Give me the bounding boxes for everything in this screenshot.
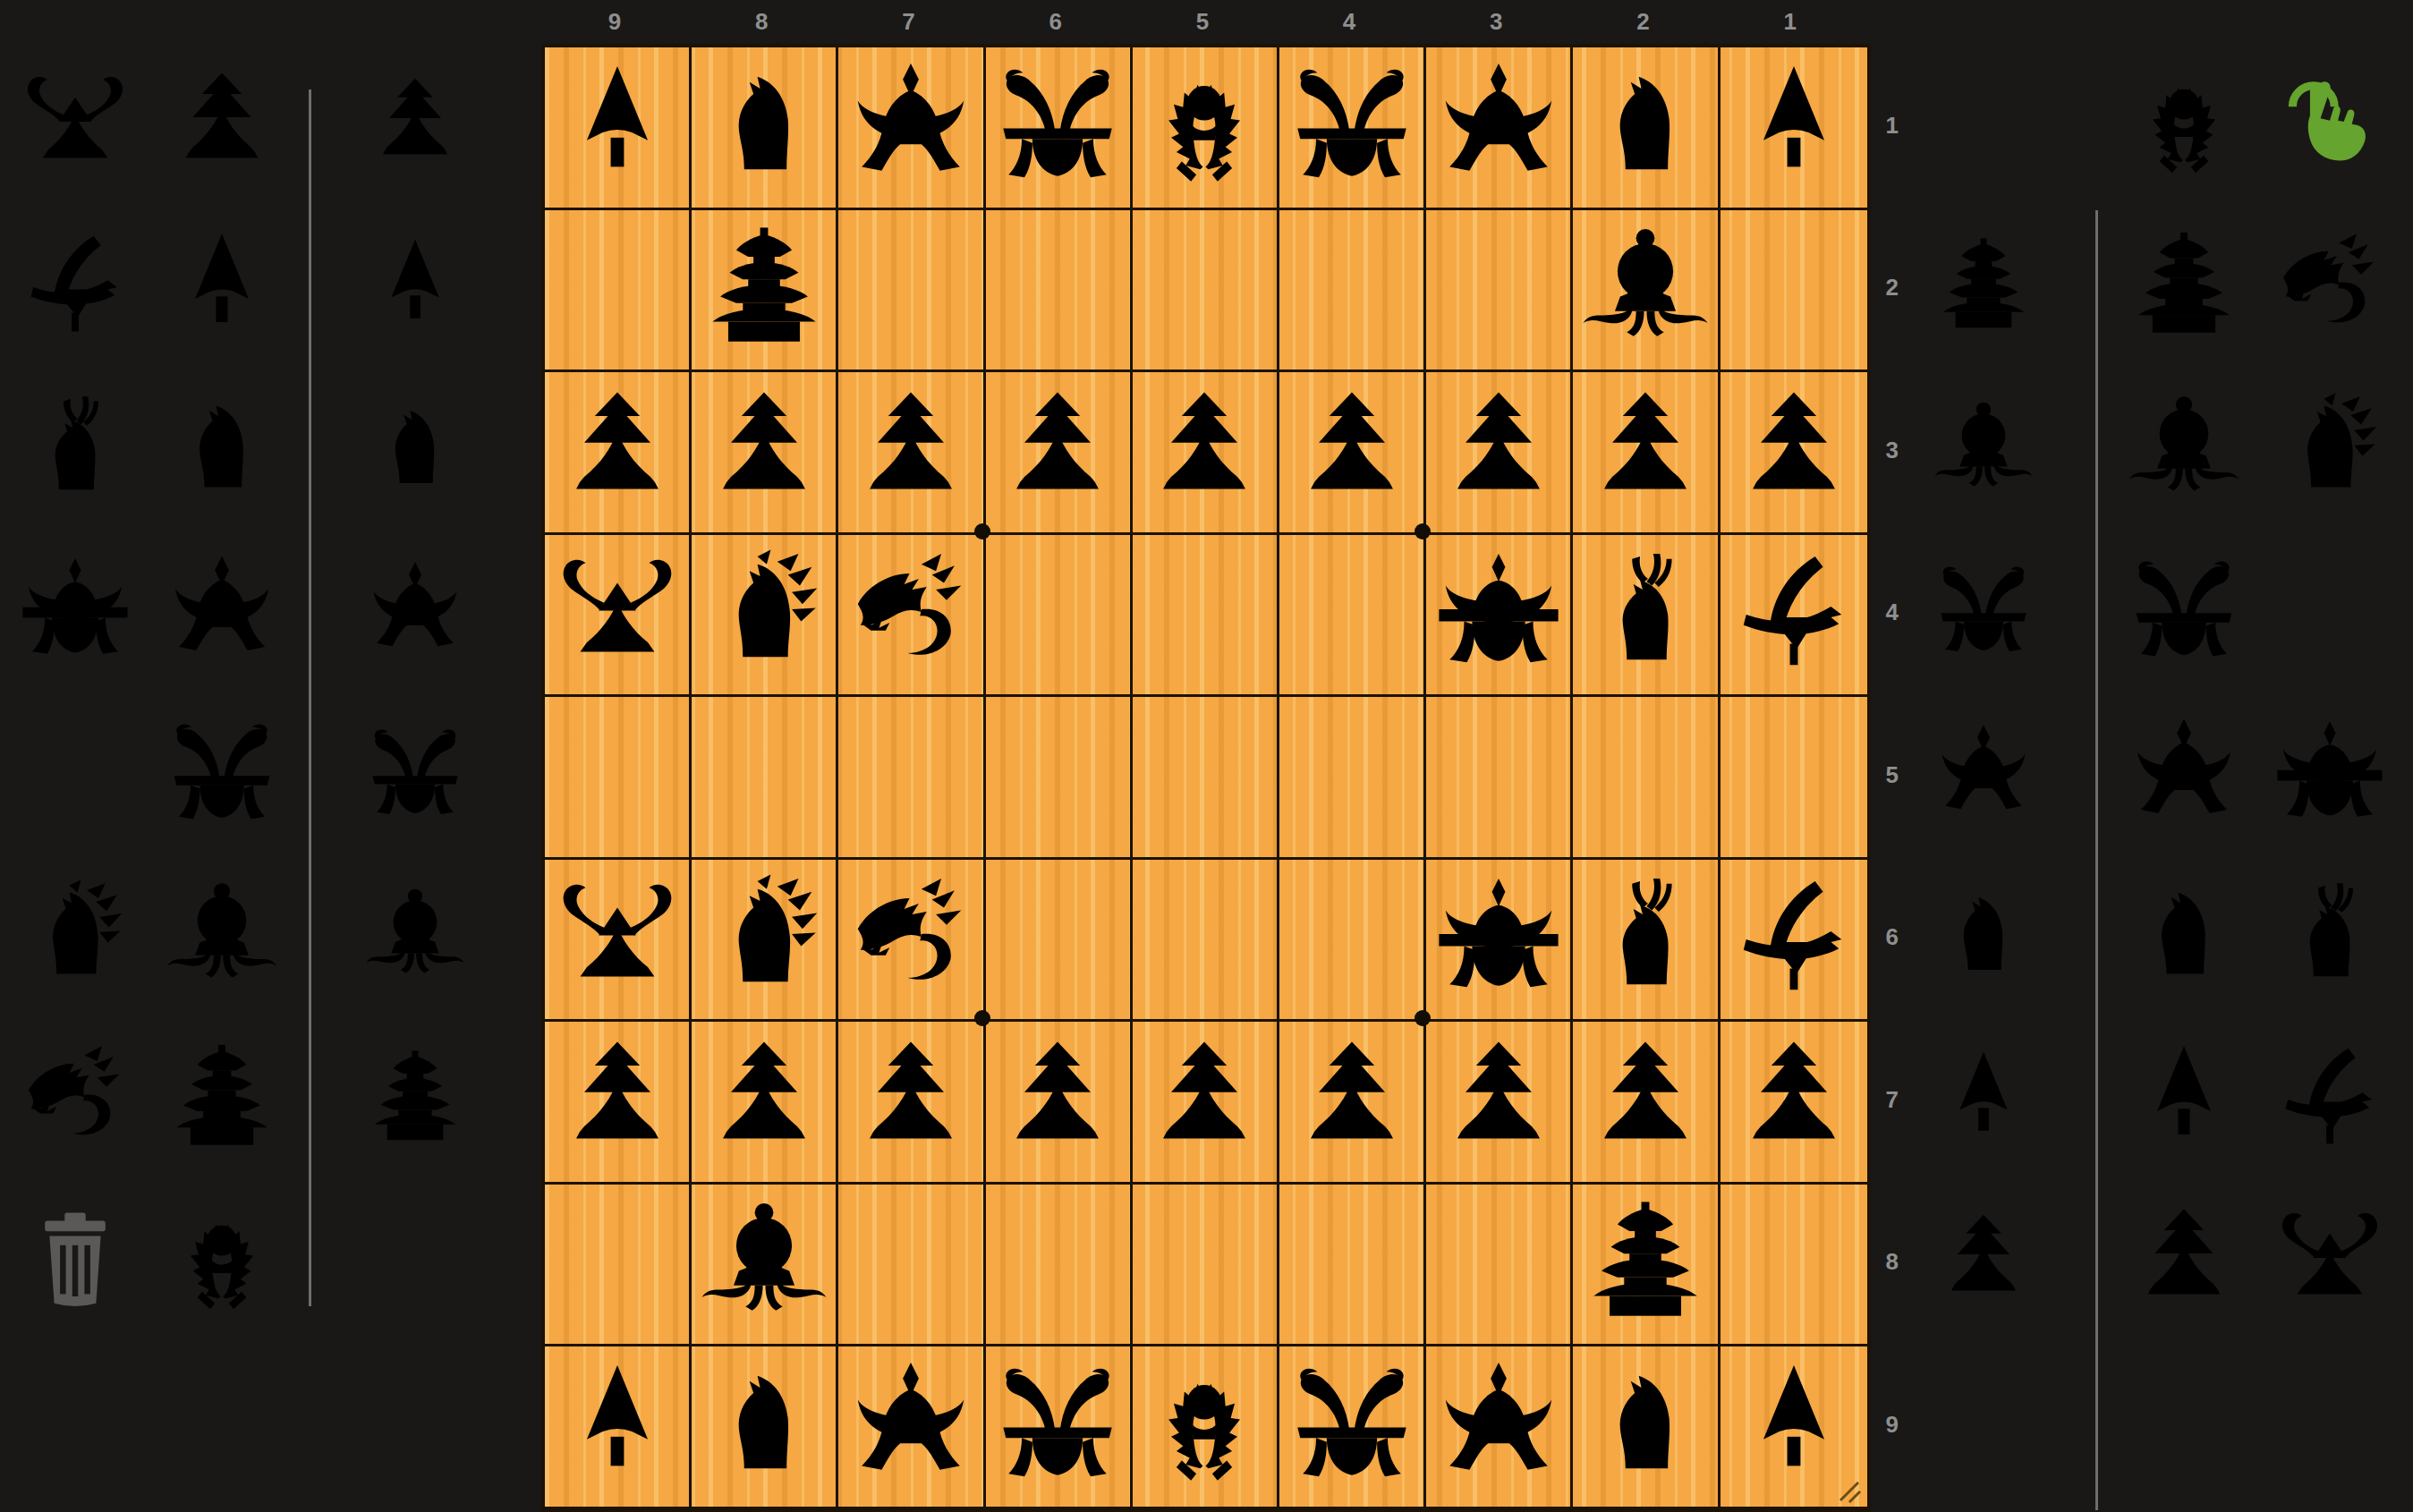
star-point: [974, 523, 990, 539]
ghost-g-silver-palette-piece[interactable]: [1932, 723, 2035, 827]
ghost-w-gold-palette-piece[interactable]: [363, 723, 467, 827]
rank-label-5: 5: [1886, 760, 1899, 788]
square-67[interactable]: [986, 1022, 1133, 1185]
ghost-w-silver-palette-piece[interactable]: [363, 560, 467, 664]
double-chevron-pawn-icon[interactable]: [698, 386, 830, 518]
file-label-8: 8: [755, 8, 768, 36]
horse-head-icon[interactable]: [698, 1360, 830, 1492]
square-35[interactable]: [1426, 697, 1573, 860]
double-chevron-pawn-icon[interactable]: [991, 386, 1124, 518]
w-knight-palette-piece[interactable]: [164, 392, 280, 508]
square-83[interactable]: [692, 372, 838, 535]
square-76[interactable]: [838, 860, 985, 1023]
banded-crescent-helmet-icon[interactable]: [1432, 548, 1565, 681]
square-87[interactable]: [692, 1022, 838, 1185]
pagoda-icon[interactable]: [1579, 1198, 1712, 1330]
w-plance-palette-piece[interactable]: [17, 229, 133, 345]
star-orb-icon[interactable]: [698, 1198, 830, 1330]
square-43[interactable]: [1279, 372, 1426, 535]
w-gold-palette-piece[interactable]: [164, 717, 280, 833]
double-chevron-pawn-icon[interactable]: [698, 1035, 830, 1168]
square-32[interactable]: [1426, 210, 1573, 373]
double-chevron-pawn-icon[interactable]: [1138, 1035, 1270, 1168]
spearhead-icon[interactable]: [1728, 1360, 1860, 1492]
square-59[interactable]: [1133, 1346, 1279, 1509]
w-tokin-palette-piece[interactable]: [17, 67, 133, 183]
antlered-horse-icon[interactable]: [1579, 548, 1712, 681]
double-chevron-pawn-icon[interactable]: [551, 386, 684, 518]
double-chevron-pawn-icon[interactable]: [1579, 386, 1712, 518]
double-chevron-pawn-icon[interactable]: [551, 1035, 684, 1168]
file-label-3: 3: [1490, 8, 1502, 36]
crescent-helmet-icon[interactable]: [1432, 1360, 1565, 1492]
spearhead-icon[interactable]: [1728, 61, 1860, 193]
g-pknight-palette-piece[interactable]: [2272, 879, 2388, 995]
square-45[interactable]: [1279, 697, 1426, 860]
w-lance-palette-piece[interactable]: [164, 229, 280, 345]
square-66[interactable]: [986, 860, 1133, 1023]
w-psilver-palette-piece[interactable]: [17, 554, 133, 670]
double-chevron-pawn-icon[interactable]: [1728, 1035, 1860, 1168]
square-26[interactable]: [1573, 860, 1720, 1023]
maned-horse-icon[interactable]: [698, 873, 830, 1006]
square-55[interactable]: [1133, 697, 1279, 860]
square-16[interactable]: [1721, 860, 1867, 1023]
rank-label-3: 3: [1886, 436, 1899, 463]
square-42[interactable]: [1279, 210, 1426, 373]
square-88[interactable]: [692, 1185, 838, 1347]
double-chevron-pawn-icon[interactable]: [1432, 386, 1565, 518]
square-64[interactable]: [986, 535, 1133, 698]
square-44[interactable]: [1279, 535, 1426, 698]
ghost-g-bishop-palette-piece[interactable]: [1932, 398, 2035, 502]
g-bishop-palette-piece[interactable]: [2126, 392, 2242, 508]
horse-head-icon[interactable]: [1579, 1360, 1712, 1492]
ghost-g-pawn-palette-piece[interactable]: [1932, 1210, 2035, 1313]
square-81[interactable]: [692, 47, 838, 210]
rank-label-9: 9: [1886, 1410, 1899, 1438]
square-96[interactable]: [545, 860, 692, 1023]
double-chevron-pawn-icon[interactable]: [1138, 386, 1270, 518]
square-89[interactable]: [692, 1346, 838, 1509]
square-74[interactable]: [838, 535, 985, 698]
square-75[interactable]: [838, 697, 985, 860]
double-chevron-pawn-icon[interactable]: [991, 1035, 1124, 1168]
ghost-g-gold-palette-piece[interactable]: [1932, 560, 2035, 664]
square-11[interactable]: [1721, 47, 1867, 210]
crescent-helmet-icon[interactable]: [845, 1360, 977, 1492]
w-king-palette-piece[interactable]: [164, 1203, 280, 1320]
square-73[interactable]: [838, 372, 985, 535]
rank-label-8: 8: [1886, 1248, 1899, 1276]
square-37[interactable]: [1426, 1022, 1573, 1185]
laurel-wreath-icon[interactable]: [1138, 1360, 1270, 1492]
rank-label-1: 1: [1886, 111, 1899, 139]
w-rook-palette-piece[interactable]: [164, 1041, 280, 1158]
square-13[interactable]: [1721, 372, 1867, 535]
horse-head-icon[interactable]: [698, 61, 830, 193]
w-pknight-palette-piece[interactable]: [17, 392, 133, 508]
ghost-g-lance-palette-piece[interactable]: [1932, 1048, 2035, 1151]
square-95[interactable]: [545, 697, 692, 860]
star-point: [1415, 523, 1431, 539]
square-54[interactable]: [1133, 535, 1279, 698]
square-15[interactable]: [1721, 697, 1867, 860]
w-silver-palette-piece[interactable]: [164, 554, 280, 670]
ghost-w-bishop-palette-piece[interactable]: [363, 885, 467, 989]
file-label-6: 6: [1049, 8, 1061, 36]
square-82[interactable]: [692, 210, 838, 373]
square-93[interactable]: [545, 372, 692, 535]
ghost-w-rook-palette-piece[interactable]: [363, 1048, 467, 1151]
square-79[interactable]: [838, 1346, 985, 1509]
double-chevron-pawn-icon[interactable]: [845, 386, 977, 518]
square-41[interactable]: [1279, 47, 1426, 210]
spearhead-icon[interactable]: [551, 61, 684, 193]
spearhead-icon[interactable]: [551, 1360, 684, 1492]
square-29[interactable]: [1573, 1346, 1720, 1509]
ghost-w-knight-palette-piece[interactable]: [363, 398, 467, 502]
g-pawn-palette-piece[interactable]: [2126, 1203, 2242, 1320]
square-34[interactable]: [1426, 535, 1573, 698]
g-tokin-palette-piece[interactable]: [2272, 1203, 2388, 1320]
ghost-w-pawn-palette-piece[interactable]: [363, 73, 467, 177]
horned-kabuto-icon[interactable]: [1286, 61, 1418, 193]
square-51[interactable]: [1133, 47, 1279, 210]
square-46[interactable]: [1279, 860, 1426, 1023]
file-label-4: 4: [1343, 8, 1355, 36]
dragon-head-icon[interactable]: [845, 873, 977, 1006]
winged-cup-icon[interactable]: [551, 873, 684, 1006]
board-resize-handle[interactable]: [1835, 1477, 1862, 1504]
square-31[interactable]: [1426, 47, 1573, 210]
rank-label-6: 6: [1886, 923, 1899, 951]
square-18[interactable]: [1721, 1185, 1867, 1347]
w-pawn-palette-piece[interactable]: [164, 67, 280, 183]
square-22[interactable]: [1573, 210, 1720, 373]
square-57[interactable]: [1133, 1022, 1279, 1185]
square-85[interactable]: [692, 697, 838, 860]
rank-label-2: 2: [1886, 274, 1899, 302]
g-silver-palette-piece[interactable]: [2126, 717, 2242, 833]
square-71[interactable]: [838, 47, 985, 210]
g-psilver-palette-piece[interactable]: [2272, 717, 2388, 833]
star-point: [1415, 1010, 1431, 1026]
g-horse-palette-piece[interactable]: [2272, 392, 2388, 508]
double-chevron-pawn-icon[interactable]: [1728, 386, 1860, 518]
square-17[interactable]: [1721, 1022, 1867, 1185]
square-23[interactable]: [1573, 372, 1720, 535]
horse-head-icon[interactable]: [1579, 61, 1712, 193]
file-label-1: 1: [1783, 8, 1796, 36]
dragon-head-icon[interactable]: [845, 548, 977, 681]
square-94[interactable]: [545, 535, 692, 698]
laurel-wreath-icon[interactable]: [1138, 61, 1270, 193]
square-98[interactable]: [545, 1185, 692, 1347]
square-27[interactable]: [1573, 1022, 1720, 1185]
square-84[interactable]: [692, 535, 838, 698]
double-chevron-pawn-icon[interactable]: [1286, 1035, 1418, 1168]
g-gold-palette-piece[interactable]: [2126, 554, 2242, 670]
horned-kabuto-icon[interactable]: [991, 1360, 1124, 1492]
square-56[interactable]: [1133, 860, 1279, 1023]
square-28[interactable]: [1573, 1185, 1720, 1347]
double-chevron-pawn-icon[interactable]: [1432, 1035, 1565, 1168]
square-68[interactable]: [986, 1185, 1133, 1347]
square-21[interactable]: [1573, 47, 1720, 210]
square-78[interactable]: [838, 1185, 985, 1347]
square-12[interactable]: [1721, 210, 1867, 373]
square-52[interactable]: [1133, 210, 1279, 373]
square-62[interactable]: [986, 210, 1133, 373]
ghost-w-lance-palette-piece[interactable]: [363, 235, 467, 339]
square-53[interactable]: [1133, 372, 1279, 535]
g-lance-palette-piece[interactable]: [2126, 1041, 2242, 1158]
right-palette-divider: [2095, 210, 2098, 1510]
g-dragon-palette-piece[interactable]: [2272, 229, 2388, 345]
maned-horse-icon[interactable]: [698, 548, 830, 681]
star-point: [974, 1010, 990, 1026]
square-61[interactable]: [986, 47, 1133, 210]
double-chevron-pawn-icon[interactable]: [1579, 1035, 1712, 1168]
square-72[interactable]: [838, 210, 985, 373]
square-36[interactable]: [1426, 860, 1573, 1023]
square-99[interactable]: [545, 1346, 692, 1509]
square-33[interactable]: [1426, 372, 1573, 535]
file-label-5: 5: [1196, 8, 1209, 36]
file-label-9: 9: [608, 8, 621, 36]
curved-blade-icon[interactable]: [1728, 548, 1860, 681]
square-24[interactable]: [1573, 535, 1720, 698]
star-orb-icon[interactable]: [1579, 224, 1712, 356]
shogi-editor-stage: 987654321 123456789: [0, 0, 2413, 1512]
square-14[interactable]: [1721, 535, 1867, 698]
square-97[interactable]: [545, 1022, 692, 1185]
square-25[interactable]: [1573, 697, 1720, 860]
left-palette-divider: [309, 89, 311, 1306]
rank-label-7: 7: [1886, 1085, 1899, 1113]
double-chevron-pawn-icon[interactable]: [1286, 386, 1418, 518]
square-91[interactable]: [545, 47, 692, 210]
double-chevron-pawn-icon[interactable]: [845, 1035, 977, 1168]
square-92[interactable]: [545, 210, 692, 373]
horned-kabuto-icon[interactable]: [991, 61, 1124, 193]
g-rook-palette-piece[interactable]: [2126, 229, 2242, 345]
square-63[interactable]: [986, 372, 1133, 535]
w-bishop-palette-piece[interactable]: [164, 879, 280, 995]
square-48[interactable]: [1279, 1185, 1426, 1347]
file-label-2: 2: [1636, 8, 1649, 36]
g-king-palette-piece[interactable]: [2126, 67, 2242, 183]
g-knight-palette-piece[interactable]: [2126, 879, 2242, 995]
square-77[interactable]: [838, 1022, 985, 1185]
square-38[interactable]: [1426, 1185, 1573, 1347]
file-label-7: 7: [902, 8, 914, 36]
square-58[interactable]: [1133, 1185, 1279, 1347]
w-horse-palette-piece[interactable]: [17, 879, 133, 995]
square-69[interactable]: [986, 1346, 1133, 1509]
crescent-helmet-icon[interactable]: [845, 61, 977, 193]
winged-cup-icon[interactable]: [551, 548, 684, 681]
square-65[interactable]: [986, 697, 1133, 860]
square-49[interactable]: [1279, 1346, 1426, 1509]
ghost-g-rook-palette-piece[interactable]: [1932, 235, 2035, 339]
cursor-tool[interactable]: [2272, 67, 2388, 183]
curved-blade-icon[interactable]: [1728, 873, 1860, 1006]
pagoda-icon[interactable]: [698, 224, 830, 356]
w-dragon-palette-piece[interactable]: [17, 1041, 133, 1158]
square-86[interactable]: [692, 860, 838, 1023]
square-39[interactable]: [1426, 1346, 1573, 1509]
horned-kabuto-icon[interactable]: [1286, 1360, 1418, 1492]
shogi-board: [541, 44, 1871, 1512]
banded-crescent-helmet-icon[interactable]: [1432, 873, 1565, 1006]
g-plance-palette-piece[interactable]: [2272, 1041, 2388, 1158]
crescent-helmet-icon[interactable]: [1432, 61, 1565, 193]
square-47[interactable]: [1279, 1022, 1426, 1185]
antlered-horse-icon[interactable]: [1579, 873, 1712, 1006]
rank-label-4: 4: [1886, 599, 1899, 626]
ghost-g-knight-palette-piece[interactable]: [1932, 885, 2035, 989]
trash-tool[interactable]: [17, 1203, 133, 1320]
